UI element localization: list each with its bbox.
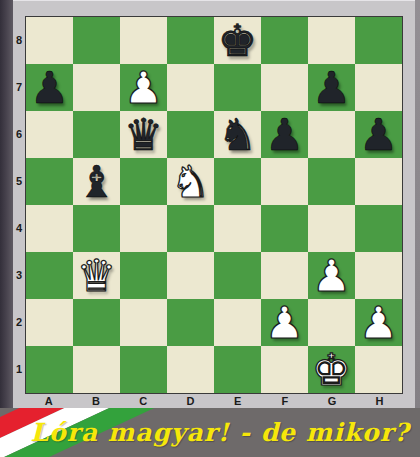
black-pawn: ♟ (312, 64, 351, 111)
file-label-a: A (25, 394, 72, 408)
square-c7[interactable]: ♟ (120, 64, 167, 111)
square-h8[interactable] (355, 17, 402, 64)
square-f5[interactable] (261, 158, 308, 205)
square-b3[interactable]: ♛ (73, 252, 120, 299)
square-f2[interactable]: ♟ (261, 299, 308, 346)
square-d5[interactable]: ♞ (167, 158, 214, 205)
black-queen: ♛ (124, 111, 163, 158)
file-label-d: D (167, 394, 214, 408)
square-e5[interactable] (214, 158, 261, 205)
square-d1[interactable] (167, 346, 214, 393)
board-frame-left-edge (0, 0, 13, 408)
black-pawn: ♟ (265, 111, 304, 158)
square-a8[interactable] (26, 17, 73, 64)
square-c6[interactable]: ♛ (120, 111, 167, 158)
square-a4[interactable] (26, 205, 73, 252)
file-label-h: H (356, 394, 403, 408)
black-pawn: ♟ (359, 111, 398, 158)
square-g6[interactable] (308, 111, 355, 158)
chess-puzzle-diagram: 87654321 ♚♟♟♟♛♞♟♟♝♞♛♟♟♟♚ ABCDEFGH Lóra m… (0, 0, 420, 457)
file-label-f: F (261, 394, 308, 408)
rank-label-8: 8 (13, 16, 25, 63)
square-e8[interactable]: ♚ (214, 17, 261, 64)
square-h4[interactable] (355, 205, 402, 252)
black-king: ♚ (218, 17, 257, 64)
white-pawn: ♟ (359, 299, 398, 346)
square-h1[interactable] (355, 346, 402, 393)
rank-label-2: 2 (13, 298, 25, 345)
square-d7[interactable] (167, 64, 214, 111)
square-c1[interactable] (120, 346, 167, 393)
square-c2[interactable] (120, 299, 167, 346)
caption-text: Lóra magyar! - de mikor? (45, 408, 395, 457)
square-f8[interactable] (261, 17, 308, 64)
file-label-b: B (72, 394, 119, 408)
chess-board: ♚♟♟♟♛♞♟♟♝♞♛♟♟♟♚ (25, 16, 403, 394)
square-e4[interactable] (214, 205, 261, 252)
square-a1[interactable] (26, 346, 73, 393)
square-a3[interactable] (26, 252, 73, 299)
white-pawn: ♟ (312, 252, 351, 299)
square-c8[interactable] (120, 17, 167, 64)
square-a7[interactable]: ♟ (26, 64, 73, 111)
square-b8[interactable] (73, 17, 120, 64)
square-e3[interactable] (214, 252, 261, 299)
square-b2[interactable] (73, 299, 120, 346)
square-h6[interactable]: ♟ (355, 111, 402, 158)
square-a5[interactable] (26, 158, 73, 205)
square-h5[interactable] (355, 158, 402, 205)
square-f3[interactable] (261, 252, 308, 299)
black-bishop: ♝ (77, 158, 116, 205)
square-e1[interactable] (214, 346, 261, 393)
square-a2[interactable] (26, 299, 73, 346)
square-c4[interactable] (120, 205, 167, 252)
square-g5[interactable] (308, 158, 355, 205)
square-g8[interactable] (308, 17, 355, 64)
square-g1[interactable]: ♚ (308, 346, 355, 393)
square-g4[interactable] (308, 205, 355, 252)
rank-label-5: 5 (13, 157, 25, 204)
square-d2[interactable] (167, 299, 214, 346)
white-queen: ♛ (77, 252, 116, 299)
board-frame: 87654321 ♚♟♟♟♛♞♟♟♝♞♛♟♟♟♚ ABCDEFGH (13, 0, 415, 408)
rank-label-7: 7 (13, 63, 25, 110)
rank-labels: 87654321 (13, 16, 25, 392)
square-d4[interactable] (167, 205, 214, 252)
square-g7[interactable]: ♟ (308, 64, 355, 111)
square-f4[interactable] (261, 205, 308, 252)
square-c5[interactable] (120, 158, 167, 205)
caption-bar: Lóra magyar! - de mikor? (0, 408, 420, 457)
square-b7[interactable] (73, 64, 120, 111)
square-b6[interactable] (73, 111, 120, 158)
square-b4[interactable] (73, 205, 120, 252)
square-d6[interactable] (167, 111, 214, 158)
square-e6[interactable]: ♞ (214, 111, 261, 158)
square-f6[interactable]: ♟ (261, 111, 308, 158)
square-b5[interactable]: ♝ (73, 158, 120, 205)
rank-label-4: 4 (13, 204, 25, 251)
square-c3[interactable] (120, 252, 167, 299)
square-h2[interactable]: ♟ (355, 299, 402, 346)
square-g2[interactable] (308, 299, 355, 346)
board-frame-shadow (415, 0, 420, 408)
file-labels: ABCDEFGH (25, 394, 403, 408)
square-f7[interactable] (261, 64, 308, 111)
white-knight: ♞ (171, 158, 210, 205)
square-b1[interactable] (73, 346, 120, 393)
square-a6[interactable] (26, 111, 73, 158)
white-king: ♚ (312, 346, 351, 393)
square-h7[interactable] (355, 64, 402, 111)
square-d3[interactable] (167, 252, 214, 299)
rank-label-6: 6 (13, 110, 25, 157)
square-h3[interactable] (355, 252, 402, 299)
black-pawn: ♟ (30, 64, 69, 111)
square-e2[interactable] (214, 299, 261, 346)
rank-label-1: 1 (13, 345, 25, 392)
file-label-g: G (309, 394, 356, 408)
square-f1[interactable] (261, 346, 308, 393)
file-label-c: C (120, 394, 167, 408)
file-label-e: E (214, 394, 261, 408)
square-e7[interactable] (214, 64, 261, 111)
black-knight: ♞ (218, 111, 257, 158)
square-d8[interactable] (167, 17, 214, 64)
square-g3[interactable]: ♟ (308, 252, 355, 299)
rank-label-3: 3 (13, 251, 25, 298)
white-pawn: ♟ (265, 299, 304, 346)
white-pawn: ♟ (124, 64, 163, 111)
